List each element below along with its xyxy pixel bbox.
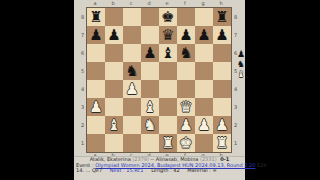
black-n-piece-c5: ♞ (125, 62, 138, 80)
square-a3[interactable]: ♟ (87, 98, 105, 116)
square-e1[interactable]: ♜ (159, 134, 177, 152)
white-b-piece-d3: ♝ (143, 98, 156, 116)
square-h5[interactable] (213, 62, 231, 80)
black-p-piece-g7: ♟ (197, 26, 210, 44)
white-b-piece-b2: ♝ (107, 116, 120, 134)
white-q-piece-f3: ♛ (179, 98, 192, 116)
square-b1[interactable] (105, 134, 123, 152)
black-q-piece-e7: ♛ (161, 26, 174, 44)
coord-label: 8 (80, 8, 85, 26)
captured-black-p-icon: ♟ (237, 49, 245, 59)
square-d6[interactable]: ♟ (141, 44, 159, 62)
coord-label: 4 (233, 80, 238, 98)
square-g2[interactable]: ♟ (195, 116, 213, 134)
coord-label: b (104, 0, 122, 7)
square-g5[interactable] (195, 62, 213, 80)
coord-label: 6 (80, 44, 85, 62)
coord-label: 3 (80, 98, 85, 116)
game-caption: Atalik, Ekaterina (2379) -- Alinasab, Mo… (74, 156, 245, 180)
square-c5[interactable]: ♞ (123, 62, 141, 80)
square-g1[interactable] (195, 134, 213, 152)
square-b5[interactable] (105, 62, 123, 80)
white-r-piece-h1: ♜ (215, 134, 228, 152)
white-p-piece-a3: ♟ (89, 98, 102, 116)
square-b4[interactable] (105, 80, 123, 98)
square-b3[interactable] (105, 98, 123, 116)
square-f3[interactable]: ♛ (177, 98, 195, 116)
white-n-piece-d2: ♞ (143, 116, 156, 134)
square-h7[interactable]: ♟ (213, 26, 231, 44)
square-d7[interactable] (141, 26, 159, 44)
square-c7[interactable] (123, 26, 141, 44)
black-p-piece-a7: ♟ (89, 26, 102, 44)
square-e4[interactable] (159, 80, 177, 98)
square-a2[interactable] (87, 116, 105, 134)
white-p-piece-f2: ♟ (179, 116, 192, 134)
square-a1[interactable] (87, 134, 105, 152)
captured-black-n-icon: ♞ (237, 59, 245, 69)
coord-label: 2 (233, 116, 238, 134)
black-r-piece-h8: ♜ (215, 8, 228, 26)
square-h8[interactable]: ♜ (213, 8, 231, 26)
square-a5[interactable] (87, 62, 105, 80)
square-f7[interactable]: ♟ (177, 26, 195, 44)
square-e2[interactable] (159, 116, 177, 134)
chess-viewer-panel: abcdefgh ♜♚♜♟♟♛♟♟♟♟♝♞♞♟♟♝♛♝♞♟♟♟♜♚♜ abcde… (74, 0, 245, 180)
square-h4[interactable] (213, 80, 231, 98)
square-e8[interactable]: ♚ (159, 8, 177, 26)
status-line: 14. ... Qe7 Next : 15.Rc1 Length : 42 Ma… (74, 168, 245, 174)
square-d3[interactable]: ♝ (141, 98, 159, 116)
black-p-piece-d6: ♟ (143, 44, 156, 62)
square-b6[interactable] (105, 44, 123, 62)
chess-board: ♜♚♜♟♟♛♟♟♟♟♝♞♞♟♟♝♛♝♞♟♟♟♜♚♜ (86, 7, 232, 153)
square-e7[interactable]: ♛ (159, 26, 177, 44)
square-f5[interactable] (177, 62, 195, 80)
square-h3[interactable] (213, 98, 231, 116)
square-c6[interactable] (123, 44, 141, 62)
white-k-piece-f1: ♚ (179, 134, 192, 152)
square-c1[interactable] (123, 134, 141, 152)
square-f6[interactable]: ♞ (177, 44, 195, 62)
black-b-piece-e6: ♝ (161, 44, 174, 62)
coord-label: d (140, 0, 158, 7)
square-b8[interactable] (105, 8, 123, 26)
square-e5[interactable] (159, 62, 177, 80)
square-d2[interactable]: ♞ (141, 116, 159, 134)
move-info: 14. ... Qe7 (76, 167, 102, 173)
square-e6[interactable]: ♝ (159, 44, 177, 62)
square-h6[interactable] (213, 44, 231, 62)
black-p-piece-b7: ♟ (107, 26, 120, 44)
square-d1[interactable] (141, 134, 159, 152)
square-f1[interactable]: ♚ (177, 134, 195, 152)
white-p-piece-h2: ♟ (215, 116, 228, 134)
square-a7[interactable]: ♟ (87, 26, 105, 44)
square-g6[interactable] (195, 44, 213, 62)
coord-label: f (176, 0, 194, 7)
white-p-piece-g2: ♟ (197, 116, 210, 134)
eco-code: E24 (257, 162, 267, 168)
coord-label: a (86, 0, 104, 7)
square-f4[interactable] (177, 80, 195, 98)
coord-label: g (194, 0, 212, 7)
square-c3[interactable] (123, 98, 141, 116)
captured-pieces-tray: ♟♞♝ (237, 49, 245, 79)
coord-label: 7 (233, 26, 238, 44)
next-move: Next : 15.Rc1 (110, 167, 144, 173)
square-f8[interactable] (177, 8, 195, 26)
square-g3[interactable] (195, 98, 213, 116)
white-r-piece-e1: ♜ (161, 134, 174, 152)
square-d4[interactable] (141, 80, 159, 98)
coord-label: 4 (80, 80, 85, 98)
coord-label: c (122, 0, 140, 7)
square-g8[interactable] (195, 8, 213, 26)
coord-label: h (212, 0, 230, 7)
white-p-piece-c4: ♟ (125, 80, 138, 98)
rank-labels-left: 87654321 (80, 8, 85, 152)
square-a8[interactable]: ♜ (87, 8, 105, 26)
rank-labels-right: 87654321 (233, 8, 238, 152)
coord-label: 5 (80, 62, 85, 80)
material-balance: Material : = (187, 167, 216, 173)
board-area: abcdefgh ♜♚♜♟♟♛♟♟♟♟♝♞♞♟♟♝♛♝♞♟♟♟♜♚♜ abcde… (86, 0, 232, 159)
coord-label: 2 (80, 116, 85, 134)
square-a6[interactable] (87, 44, 105, 62)
square-d8[interactable] (141, 8, 159, 26)
video-frame: abcdefgh ♜♚♜♟♟♛♟♟♟♟♝♞♞♟♟♝♛♝♞♟♟♟♜♚♜ abcde… (0, 0, 320, 180)
coord-label: 1 (80, 134, 85, 152)
coord-label: 3 (233, 98, 238, 116)
square-c4[interactable]: ♟ (123, 80, 141, 98)
captured-white-b-icon: ♝ (237, 69, 245, 79)
black-r-piece-a8: ♜ (89, 8, 102, 26)
square-h1[interactable]: ♜ (213, 134, 231, 152)
black-k-piece-e8: ♚ (161, 8, 174, 26)
black-n-piece-f6: ♞ (179, 44, 192, 62)
coord-label: e (158, 0, 176, 7)
square-a4[interactable] (87, 80, 105, 98)
square-c2[interactable] (123, 116, 141, 134)
black-p-piece-f7: ♟ (179, 26, 192, 44)
game-length: Length : 42 (151, 167, 179, 173)
square-f2[interactable]: ♟ (177, 116, 195, 134)
square-g7[interactable]: ♟ (195, 26, 213, 44)
square-h2[interactable]: ♟ (213, 116, 231, 134)
coord-label: 7 (80, 26, 85, 44)
square-e3[interactable] (159, 98, 177, 116)
coord-label: 1 (233, 134, 238, 152)
square-b7[interactable]: ♟ (105, 26, 123, 44)
square-c8[interactable] (123, 8, 141, 26)
square-b2[interactable]: ♝ (105, 116, 123, 134)
coord-label: 8 (233, 8, 238, 26)
square-g4[interactable] (195, 80, 213, 98)
file-labels-top: abcdefgh (86, 0, 232, 7)
square-d5[interactable] (141, 62, 159, 80)
black-p-piece-h7: ♟ (215, 26, 228, 44)
